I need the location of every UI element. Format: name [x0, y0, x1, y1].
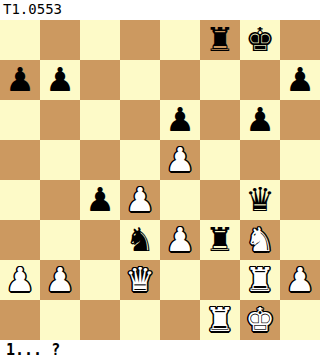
- move-prompt: 1... ?: [0, 340, 320, 360]
- square-g2[interactable]: ♜: [240, 260, 280, 300]
- square-h8[interactable]: [280, 20, 320, 60]
- square-e2[interactable]: [160, 260, 200, 300]
- square-b3[interactable]: [40, 220, 80, 260]
- square-g4[interactable]: ♛: [240, 180, 280, 220]
- piece-white-rook: ♜: [245, 260, 275, 300]
- square-g7[interactable]: [240, 60, 280, 100]
- square-g3[interactable]: ♞: [240, 220, 280, 260]
- piece-white-pawn: ♟: [285, 260, 315, 300]
- piece-white-knight: ♞: [245, 220, 275, 260]
- square-b8[interactable]: [40, 20, 80, 60]
- piece-white-queen: ♛: [125, 260, 155, 300]
- chess-board: ♜♚♟♟♟♟♟♟♟♟♛♞♟♜♞♟♟♛♜♟♜♚: [0, 20, 320, 340]
- square-c2[interactable]: [80, 260, 120, 300]
- square-e5[interactable]: ♟: [160, 140, 200, 180]
- square-e4[interactable]: [160, 180, 200, 220]
- piece-black-pawn: ♟: [165, 100, 195, 140]
- square-b5[interactable]: [40, 140, 80, 180]
- piece-white-king: ♚: [245, 300, 275, 340]
- square-e1[interactable]: [160, 300, 200, 340]
- piece-black-pawn: ♟: [45, 60, 75, 100]
- piece-black-queen: ♛: [245, 180, 275, 220]
- square-b2[interactable]: ♟: [40, 260, 80, 300]
- square-f2[interactable]: [200, 260, 240, 300]
- piece-black-pawn: ♟: [285, 60, 315, 100]
- square-b6[interactable]: [40, 100, 80, 140]
- piece-black-pawn: ♟: [5, 60, 35, 100]
- square-h2[interactable]: ♟: [280, 260, 320, 300]
- square-f7[interactable]: [200, 60, 240, 100]
- square-a1[interactable]: [0, 300, 40, 340]
- piece-black-rook: ♜: [205, 20, 235, 60]
- square-f3[interactable]: ♜: [200, 220, 240, 260]
- square-g1[interactable]: ♚: [240, 300, 280, 340]
- square-e8[interactable]: [160, 20, 200, 60]
- square-g6[interactable]: ♟: [240, 100, 280, 140]
- square-h7[interactable]: ♟: [280, 60, 320, 100]
- piece-white-pawn: ♟: [45, 260, 75, 300]
- square-e7[interactable]: [160, 60, 200, 100]
- square-b7[interactable]: ♟: [40, 60, 80, 100]
- square-d3[interactable]: ♞: [120, 220, 160, 260]
- square-d8[interactable]: [120, 20, 160, 60]
- piece-black-king: ♚: [245, 20, 275, 60]
- square-e6[interactable]: ♟: [160, 100, 200, 140]
- piece-white-pawn: ♟: [5, 260, 35, 300]
- square-a2[interactable]: ♟: [0, 260, 40, 300]
- square-h1[interactable]: [280, 300, 320, 340]
- square-d4[interactable]: ♟: [120, 180, 160, 220]
- square-f1[interactable]: ♜: [200, 300, 240, 340]
- puzzle-title: T1.0553: [0, 0, 320, 20]
- square-d2[interactable]: ♛: [120, 260, 160, 300]
- square-a4[interactable]: [0, 180, 40, 220]
- square-g5[interactable]: [240, 140, 280, 180]
- piece-black-pawn: ♟: [85, 180, 115, 220]
- square-a7[interactable]: ♟: [0, 60, 40, 100]
- square-c8[interactable]: [80, 20, 120, 60]
- square-h6[interactable]: [280, 100, 320, 140]
- square-d1[interactable]: [120, 300, 160, 340]
- square-b1[interactable]: [40, 300, 80, 340]
- square-e3[interactable]: ♟: [160, 220, 200, 260]
- piece-white-pawn: ♟: [165, 220, 195, 260]
- piece-white-pawn: ♟: [165, 140, 195, 180]
- piece-black-knight: ♞: [125, 220, 155, 260]
- piece-white-pawn: ♟: [125, 180, 155, 220]
- square-c4[interactable]: ♟: [80, 180, 120, 220]
- square-c7[interactable]: [80, 60, 120, 100]
- square-h3[interactable]: [280, 220, 320, 260]
- square-d7[interactable]: [120, 60, 160, 100]
- square-b4[interactable]: [40, 180, 80, 220]
- square-d5[interactable]: [120, 140, 160, 180]
- square-h4[interactable]: [280, 180, 320, 220]
- square-c1[interactable]: [80, 300, 120, 340]
- square-a5[interactable]: [0, 140, 40, 180]
- square-a6[interactable]: [0, 100, 40, 140]
- piece-black-pawn: ♟: [245, 100, 275, 140]
- square-a3[interactable]: [0, 220, 40, 260]
- piece-black-rook: ♜: [205, 220, 235, 260]
- square-c3[interactable]: [80, 220, 120, 260]
- square-c5[interactable]: [80, 140, 120, 180]
- square-f8[interactable]: ♜: [200, 20, 240, 60]
- square-f5[interactable]: [200, 140, 240, 180]
- square-c6[interactable]: [80, 100, 120, 140]
- square-f6[interactable]: [200, 100, 240, 140]
- square-a8[interactable]: [0, 20, 40, 60]
- piece-white-rook: ♜: [205, 300, 235, 340]
- square-d6[interactable]: [120, 100, 160, 140]
- square-h5[interactable]: [280, 140, 320, 180]
- square-g8[interactable]: ♚: [240, 20, 280, 60]
- square-f4[interactable]: [200, 180, 240, 220]
